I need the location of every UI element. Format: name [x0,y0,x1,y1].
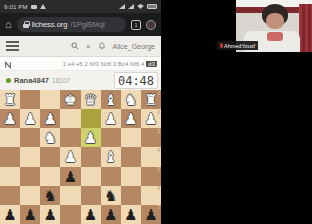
piece-black-pawn: ♟ [144,207,157,222]
square-g3[interactable] [20,128,40,147]
close-icon[interactable]: × [86,42,91,51]
piece-black-pawn: ♟ [3,207,16,222]
rank-coordinate: 3 [157,129,160,134]
square-a3[interactable]: 3 [141,128,161,147]
square-c3[interactable] [101,128,121,147]
url-path: /1PglSMql [71,20,105,29]
square-e2[interactable] [60,109,80,128]
opponent-player-bar: Rana4847 1610? 04:48 [0,71,161,90]
phone-screenshot: 9:01 PM ⌂ lichess.org /1PglSMql 1 [0,0,161,224]
rank-coordinate: 2 [157,110,160,115]
square-g4[interactable] [20,147,40,166]
piece-black-knight: ♞ [44,188,57,203]
square-b3[interactable] [121,128,141,147]
piece-white-rook: ♜ [3,92,16,107]
piece-white-pawn: ♟ [64,149,77,164]
browser-address-bar: ⌂ lichess.org /1PglSMql 1 [0,13,161,36]
square-d3[interactable]: ♟ [81,128,101,147]
piece-white-pawn: ♟ [144,111,157,126]
notification-icon-2 [40,4,46,9]
move-list[interactable]: 1 e4 e5 2 Nf3 Nc6 3 Bc4 Nf6 4d3 [63,61,157,67]
square-h4[interactable] [0,147,20,166]
signal-icon-sim1 [119,4,125,9]
url-field[interactable]: lichess.org /1PglSMql [17,17,126,32]
square-d4[interactable] [81,147,101,166]
piece-white-bishop: ♝ [104,149,117,164]
square-f3[interactable]: ♞ [40,128,60,147]
square-a7[interactable]: ♟7 [141,205,161,224]
piece-black-pawn: ♟ [23,207,36,222]
square-b2[interactable]: ♟ [121,109,141,128]
square-g5[interactable] [20,167,40,186]
video-curtain [299,4,312,52]
online-indicator-dot [6,78,11,83]
rank-coordinate: 7 [157,205,160,210]
browser-menu-icon[interactable] [146,20,156,30]
status-time: 9:01 PM [4,4,28,10]
square-f6[interactable]: ♞ [40,186,60,205]
square-g6[interactable] [20,186,40,205]
square-h1[interactable]: ♜ [0,90,20,109]
opponent-rating: 1610? [52,77,70,84]
square-h5[interactable] [0,167,20,186]
opponent-clock: 04:48 [114,72,158,89]
square-f7[interactable]: ♟ [40,205,60,224]
piece-white-knight: ♞ [44,130,57,145]
square-e3[interactable] [60,128,80,147]
square-c1[interactable]: ♝ [101,90,121,109]
rank-coordinate: 6 [157,186,160,191]
piece-white-pawn: ♟ [84,130,97,145]
square-a2[interactable]: ♟2 [141,109,161,128]
piece-black-pawn: ♟ [124,207,137,222]
search-icon[interactable] [71,42,79,50]
wifi-icon [137,4,144,9]
square-h3[interactable] [0,128,20,147]
piece-black-pawn: ♟ [84,207,97,222]
tabs-icon[interactable]: 1 [131,20,141,30]
square-c5[interactable] [101,167,121,186]
participant-name-label: AhmedYousf [217,41,258,50]
game-menu-icon[interactable] [4,55,12,73]
square-c4[interactable]: ♝ [101,147,121,166]
piece-black-knight: ♞ [104,188,117,203]
square-d5[interactable] [81,167,101,186]
rank-coordinate: 1 [157,91,160,96]
opponent-name[interactable]: Rana4847 [14,76,49,85]
square-d2[interactable] [81,109,101,128]
url-domain: lichess.org [32,20,68,29]
square-b6[interactable] [121,186,141,205]
hamburger-menu-icon[interactable] [6,41,19,50]
square-d1[interactable]: ♛ [81,90,101,109]
square-b5[interactable] [121,167,141,186]
signal-icon-sim2 [128,4,134,9]
square-e4[interactable]: ♟ [60,147,80,166]
square-d6[interactable] [81,186,101,205]
square-g1[interactable] [20,90,40,109]
piece-white-queen: ♛ [84,92,97,107]
piece-white-pawn: ♟ [3,111,16,126]
square-a4[interactable]: 4 [141,147,161,166]
square-f4[interactable] [40,147,60,166]
lichess-header: × Alice_George [0,36,161,57]
square-a5[interactable]: 5 [141,167,161,186]
piece-black-pawn: ♟ [64,169,77,184]
muted-mic-icon [220,43,223,48]
square-c2[interactable]: ♟ [101,109,121,128]
logged-in-username[interactable]: Alice_George [113,43,155,50]
square-b1[interactable]: ♞ [121,90,141,109]
square-h7[interactable]: ♟ [0,205,20,224]
notification-icon-1 [31,5,37,9]
square-h2[interactable]: ♟ [0,109,20,128]
piece-white-pawn: ♟ [44,111,57,126]
piece-white-king: ♚ [64,92,77,107]
rank-coordinate: 4 [157,148,160,153]
piece-black-pawn: ♟ [104,207,117,222]
square-e1[interactable]: ♚ [60,90,80,109]
square-c7[interactable]: ♟ [101,205,121,224]
piece-white-bishop: ♝ [104,92,117,107]
bell-icon[interactable] [98,42,106,50]
square-h6[interactable] [0,186,20,205]
piece-black-pawn: ♟ [44,207,57,222]
square-g2[interactable]: ♟ [20,109,40,128]
square-f5[interactable] [40,167,60,186]
piece-white-rook: ♜ [144,92,157,107]
piece-white-knight: ♞ [124,92,137,107]
participant-collar [267,32,283,41]
participant-face [266,13,284,29]
chess-board: ♜♚♛♝♞♜1♟♟♟♟♟♟2♞♟3♟♝4♟5♞♞6♟♟♟♟♟♟♟7♜♝♚♛♝♜8 [0,90,161,224]
lock-icon [23,21,29,28]
rank-coordinate: 5 [157,167,160,172]
square-g7[interactable]: ♟ [20,205,40,224]
battery-icon [147,4,157,9]
square-e6[interactable] [60,186,80,205]
square-f2[interactable]: ♟ [40,109,60,128]
square-a6[interactable]: 6 [141,186,161,205]
screen: 9:01 PM ⌂ lichess.org /1PglSMql 1 [0,0,312,224]
square-c6[interactable]: ♞ [101,186,121,205]
square-b4[interactable] [121,147,141,166]
square-e7[interactable] [60,205,80,224]
move-list-bar: 1 e4 e5 2 Nf3 Nc6 3 Bc4 Nf6 4d3 [0,57,161,71]
square-e5[interactable]: ♟ [60,167,80,186]
piece-white-pawn: ♟ [104,111,117,126]
piece-white-pawn: ♟ [23,111,36,126]
square-f1[interactable] [40,90,60,109]
android-status-bar: 9:01 PM [0,0,161,13]
square-a1[interactable]: ♜1 [141,90,161,109]
square-b7[interactable]: ♟ [121,205,141,224]
square-d7[interactable]: ♟ [81,205,101,224]
home-icon[interactable]: ⌂ [5,19,12,30]
current-move: d3 [146,61,157,67]
piece-white-pawn: ♟ [124,111,137,126]
participant-name: AhmedYousf [224,43,255,49]
